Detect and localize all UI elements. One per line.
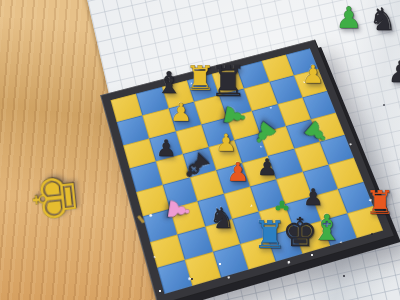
black-pawn-e4[interactable]: ♟ — [257, 156, 278, 179]
orange-rook-h1[interactable]: ♜ — [365, 186, 395, 219]
green-pawn-e6[interactable]: ♟ — [219, 102, 250, 131]
yellow-pawn-d5[interactable]: ♟ — [215, 131, 237, 155]
black-pawn-b6[interactable]: ♟ — [156, 137, 177, 160]
green-clover-token[interactable] — [280, 204, 285, 209]
green-pawn-f5[interactable]: ♟ — [246, 116, 282, 152]
orange-pawn-d4[interactable]: ♟ — [226, 159, 249, 185]
green-pawn-top[interactable]: ♟ — [336, 3, 363, 33]
black-knight-c2[interactable]: ♞ — [209, 204, 235, 233]
black-rook-e7[interactable]: ♜ — [209, 61, 247, 103]
black-piece-right-edge[interactable]: ♟ — [388, 57, 400, 87]
black-bishop-c8[interactable]: ♝ — [156, 68, 183, 98]
green-pawn-g5[interactable]: ♟ — [299, 115, 335, 151]
yellow-pawn-c7[interactable]: ♟ — [170, 100, 192, 125]
pink-pawn-b3[interactable]: ♟ — [162, 195, 194, 224]
black-king-f1[interactable]: ♚ — [282, 212, 318, 252]
black-knight-top-right[interactable]: ♞ — [369, 4, 397, 35]
yellow-king-fallen[interactable]: ♚ — [23, 169, 86, 227]
pieces-layer: ♝♜♜♟♟♟♝♟♟♟♟♟♟♟♞♜♟♚♝♜♚♟♞♟ — [0, 0, 400, 300]
scene: ♝♜♜♟♟♟♝♟♟♟♟♟♟♟♞♜♟♚♝♜♚♟♞♟ — [0, 0, 400, 300]
yellow-pawn-h7[interactable]: ♟ — [302, 62, 324, 87]
teal-rook-e1[interactable]: ♜ — [253, 216, 287, 254]
black-bishop-c5[interactable]: ♝ — [173, 144, 218, 190]
